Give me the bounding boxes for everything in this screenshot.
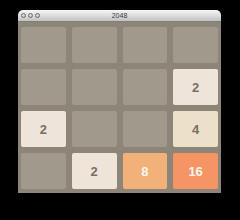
empty-cell-r2c1 (72, 111, 117, 147)
empty-cell-r1c1 (72, 69, 117, 105)
window-title: 2048 (18, 10, 221, 21)
empty-cell-r0c2 (123, 27, 168, 63)
tile-8-r3c2: 8 (123, 153, 168, 189)
tile-4-r2c3: 4 (173, 111, 218, 147)
window-titlebar[interactable]: 2048 (18, 10, 221, 22)
zoom-button[interactable] (35, 13, 40, 18)
game-board[interactable]: 2242816 (18, 22, 221, 193)
empty-cell-r0c1 (72, 27, 117, 63)
empty-cell-r0c3 (173, 27, 218, 63)
tile-2-r3c1: 2 (72, 153, 117, 189)
close-button[interactable] (21, 13, 26, 18)
empty-cell-r3c0 (21, 153, 66, 189)
tile-16-r3c3: 16 (173, 153, 218, 189)
tile-2-r1c3: 2 (173, 69, 218, 105)
traffic-lights (18, 13, 40, 18)
empty-cell-r2c2 (123, 111, 168, 147)
minimize-button[interactable] (28, 13, 33, 18)
game-window: 2048 2242816 (18, 10, 221, 193)
empty-cell-r1c0 (21, 69, 66, 105)
empty-cell-r0c0 (21, 27, 66, 63)
empty-cell-r1c2 (123, 69, 168, 105)
desktop-background: { "game": "2048", "position": { "rows": … (0, 0, 240, 220)
tile-2-r2c0: 2 (21, 111, 66, 147)
